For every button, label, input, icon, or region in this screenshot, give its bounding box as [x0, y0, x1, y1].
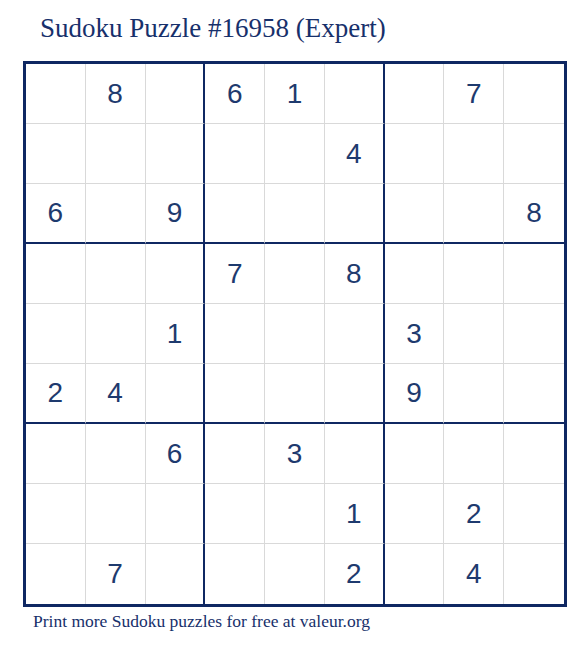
cell-r2c3[interactable]: [146, 124, 206, 184]
cell-r5c3: 1: [146, 304, 206, 364]
cell-r3c3: 9: [146, 184, 206, 244]
cell-r2c1[interactable]: [26, 124, 86, 184]
cell-r1c1[interactable]: [26, 64, 86, 124]
cell-r4c1[interactable]: [26, 244, 86, 304]
cell-r5c5[interactable]: [265, 304, 325, 364]
cell-r9c3[interactable]: [146, 544, 206, 604]
cell-r6c2: 4: [86, 364, 146, 424]
cell-r5c2[interactable]: [86, 304, 146, 364]
cell-r9c2: 7: [86, 544, 146, 604]
cell-r1c3[interactable]: [146, 64, 206, 124]
cell-r6c8[interactable]: [444, 364, 504, 424]
cell-r1c6[interactable]: [325, 64, 385, 124]
cell-r1c7[interactable]: [385, 64, 445, 124]
cell-r7c3: 6: [146, 424, 206, 484]
cell-r2c7[interactable]: [385, 124, 445, 184]
cell-r7c6[interactable]: [325, 424, 385, 484]
cell-r3c6[interactable]: [325, 184, 385, 244]
cell-r1c4: 6: [205, 64, 265, 124]
cell-r3c7[interactable]: [385, 184, 445, 244]
cell-r6c4[interactable]: [205, 364, 265, 424]
cell-r7c8[interactable]: [444, 424, 504, 484]
cell-r8c5[interactable]: [265, 484, 325, 544]
sudoku-board: 8617469878132496312724: [23, 61, 567, 607]
cell-r9c5[interactable]: [265, 544, 325, 604]
cell-r7c1[interactable]: [26, 424, 86, 484]
cell-r5c8[interactable]: [444, 304, 504, 364]
cell-r5c4[interactable]: [205, 304, 265, 364]
cell-r8c2[interactable]: [86, 484, 146, 544]
cell-r5c7: 3: [385, 304, 445, 364]
cell-r1c9[interactable]: [504, 64, 564, 124]
cell-r2c8[interactable]: [444, 124, 504, 184]
cell-r6c3[interactable]: [146, 364, 206, 424]
cell-r3c4[interactable]: [205, 184, 265, 244]
footer-text: Print more Sudoku puzzles for free at va…: [33, 611, 370, 632]
cell-r8c7[interactable]: [385, 484, 445, 544]
cell-r4c7[interactable]: [385, 244, 445, 304]
cell-r5c1[interactable]: [26, 304, 86, 364]
cell-r2c4[interactable]: [205, 124, 265, 184]
cell-r4c5[interactable]: [265, 244, 325, 304]
cell-r6c1: 2: [26, 364, 86, 424]
cell-r8c3[interactable]: [146, 484, 206, 544]
cell-r3c1: 6: [26, 184, 86, 244]
cell-r4c3[interactable]: [146, 244, 206, 304]
cell-r1c2: 8: [86, 64, 146, 124]
cell-r6c9[interactable]: [504, 364, 564, 424]
cell-r3c9: 8: [504, 184, 564, 244]
cell-r7c7[interactable]: [385, 424, 445, 484]
cell-r9c8: 4: [444, 544, 504, 604]
cell-r9c1[interactable]: [26, 544, 86, 604]
cell-r9c7[interactable]: [385, 544, 445, 604]
cell-r4c2[interactable]: [86, 244, 146, 304]
cell-r7c9[interactable]: [504, 424, 564, 484]
cell-r3c8[interactable]: [444, 184, 504, 244]
cell-r4c4: 7: [205, 244, 265, 304]
cell-r8c1[interactable]: [26, 484, 86, 544]
cell-r1c5: 1: [265, 64, 325, 124]
cell-r8c4[interactable]: [205, 484, 265, 544]
cell-r6c6[interactable]: [325, 364, 385, 424]
cell-r9c9[interactable]: [504, 544, 564, 604]
cell-r9c4[interactable]: [205, 544, 265, 604]
cell-r2c9[interactable]: [504, 124, 564, 184]
cell-r1c8: 7: [444, 64, 504, 124]
cell-r5c9[interactable]: [504, 304, 564, 364]
cell-r2c6: 4: [325, 124, 385, 184]
cell-r9c6: 2: [325, 544, 385, 604]
cell-r4c8[interactable]: [444, 244, 504, 304]
cell-r7c5: 3: [265, 424, 325, 484]
cell-r8c8: 2: [444, 484, 504, 544]
cell-r2c2[interactable]: [86, 124, 146, 184]
cell-r3c5[interactable]: [265, 184, 325, 244]
cell-r7c2[interactable]: [86, 424, 146, 484]
cell-r4c6: 8: [325, 244, 385, 304]
cell-r7c4[interactable]: [205, 424, 265, 484]
cell-r3c2[interactable]: [86, 184, 146, 244]
puzzle-title: Sudoku Puzzle #16958 (Expert): [40, 13, 386, 44]
cell-r4c9[interactable]: [504, 244, 564, 304]
cell-r8c9[interactable]: [504, 484, 564, 544]
cell-r5c6[interactable]: [325, 304, 385, 364]
cell-r2c5[interactable]: [265, 124, 325, 184]
cell-r6c7: 9: [385, 364, 445, 424]
cell-r8c6: 1: [325, 484, 385, 544]
cell-r6c5[interactable]: [265, 364, 325, 424]
